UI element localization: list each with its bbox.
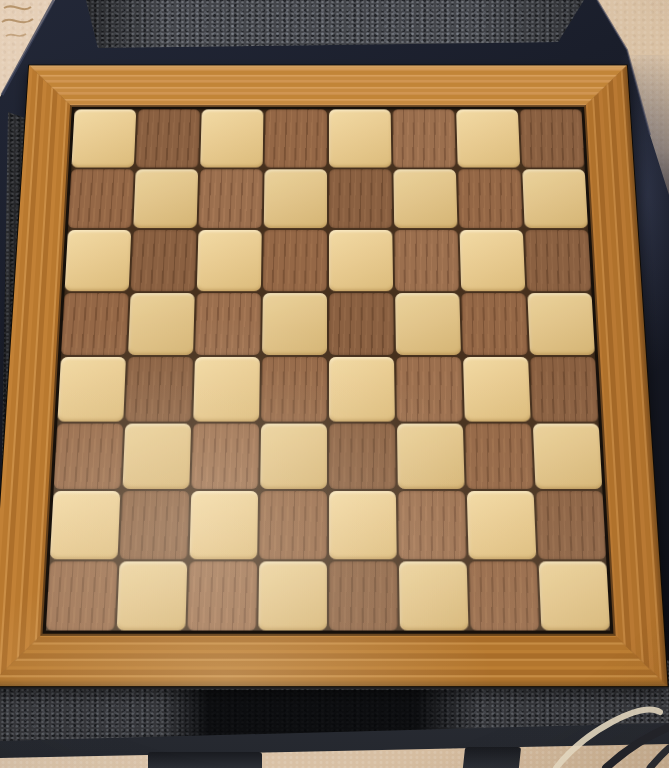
square-b8 <box>136 109 200 167</box>
square-e2 <box>329 491 397 559</box>
photo-scene <box>0 0 669 768</box>
chess-board <box>0 65 668 686</box>
floor-object-center <box>463 747 521 768</box>
square-h4 <box>530 357 599 421</box>
square-d2 <box>259 491 327 559</box>
square-h6 <box>525 230 592 291</box>
board-surface <box>0 65 668 686</box>
square-a4 <box>57 357 126 421</box>
square-a2 <box>50 491 121 559</box>
square-c8 <box>200 109 263 167</box>
square-h8 <box>520 109 585 167</box>
square-g8 <box>456 109 520 167</box>
square-f6 <box>394 230 459 291</box>
square-a3 <box>54 423 124 489</box>
square-e6 <box>329 230 393 291</box>
square-f3 <box>397 423 465 489</box>
square-d5 <box>262 293 327 355</box>
square-c7 <box>199 169 263 228</box>
square-g2 <box>467 491 537 559</box>
square-b1 <box>117 561 188 631</box>
square-d8 <box>265 109 327 167</box>
square-c3 <box>191 423 259 489</box>
square-f4 <box>396 357 463 421</box>
square-g6 <box>459 230 525 291</box>
square-d7 <box>264 169 327 228</box>
square-g7 <box>458 169 523 228</box>
square-h2 <box>536 491 607 559</box>
floor-object-left <box>148 752 262 768</box>
square-g1 <box>469 561 540 631</box>
square-a7 <box>68 169 134 228</box>
square-g5 <box>461 293 528 355</box>
square-b4 <box>125 357 193 421</box>
square-c2 <box>189 491 258 559</box>
square-a8 <box>71 109 136 167</box>
square-f1 <box>399 561 469 631</box>
square-d3 <box>260 423 327 489</box>
square-f8 <box>393 109 456 167</box>
square-b6 <box>131 230 197 291</box>
square-g3 <box>465 423 534 489</box>
square-f7 <box>393 169 457 228</box>
square-d1 <box>258 561 327 631</box>
board-playing-area <box>43 107 614 634</box>
square-e7 <box>329 169 392 228</box>
square-c4 <box>193 357 260 421</box>
square-e1 <box>329 561 398 631</box>
square-h7 <box>522 169 588 228</box>
square-b2 <box>120 491 190 559</box>
square-d6 <box>263 230 327 291</box>
square-a5 <box>61 293 129 355</box>
square-h1 <box>539 561 611 631</box>
square-f5 <box>395 293 461 355</box>
square-b3 <box>123 423 192 489</box>
square-h3 <box>533 423 603 489</box>
square-a1 <box>46 561 118 631</box>
square-f2 <box>398 491 467 559</box>
square-c1 <box>187 561 257 631</box>
square-a6 <box>65 230 132 291</box>
board-grid <box>46 109 610 630</box>
square-b7 <box>133 169 198 228</box>
square-d4 <box>261 357 327 421</box>
square-e3 <box>329 423 396 489</box>
square-h5 <box>527 293 595 355</box>
square-e8 <box>329 109 391 167</box>
square-b5 <box>128 293 195 355</box>
square-c5 <box>195 293 261 355</box>
square-e5 <box>329 293 394 355</box>
square-c6 <box>197 230 262 291</box>
square-g4 <box>463 357 531 421</box>
square-e4 <box>329 357 395 421</box>
